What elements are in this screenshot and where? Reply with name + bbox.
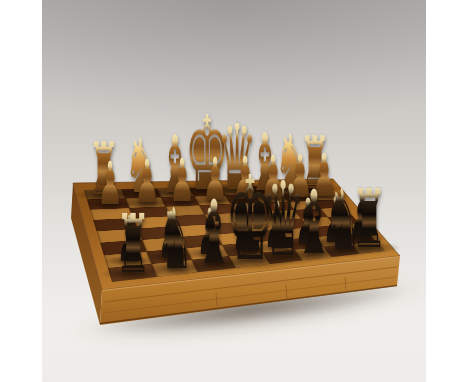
black-rook-glyph: ♜ <box>351 187 386 252</box>
piece-bR-a8[interactable]: ♜ <box>344 205 394 250</box>
photo-scene: ♜♞♝♚♛♝♞♜♟♟♟♟♟♟♟♟♟♟♟♟♟♟♟♟♜♞♝♚♛♝♞♜ <box>0 0 468 382</box>
